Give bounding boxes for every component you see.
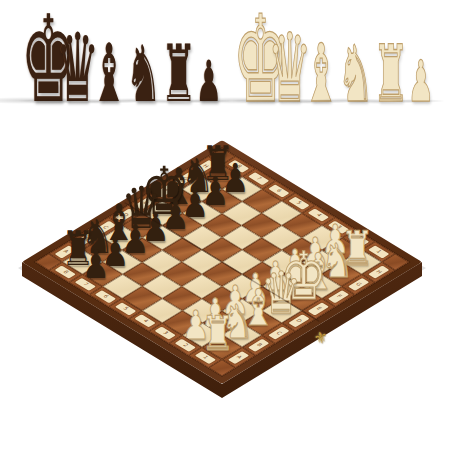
lineup-light-pawn: ♟ [407, 53, 425, 110]
file-label: H [368, 266, 389, 279]
rank-label: 2 [175, 339, 196, 352]
rank-label: 1 [195, 351, 216, 364]
file-label: A [228, 351, 249, 364]
piece-lineup-light: ♚♛♝♞♜♟ [224, 0, 434, 120]
white-rook: ♜ [201, 314, 225, 352]
file-label: C [268, 327, 289, 340]
rank-label: 5 [115, 302, 136, 315]
rank-label: 4 [135, 314, 156, 327]
chess-board: 87654321H♜♟♟♜HG♞♟♟♞GF♝♟♟♝FE♚♟♟♚ED♛♟♟♛DC♝… [22, 140, 422, 384]
rank-label: 7 [75, 278, 96, 291]
rank-label: 6 [95, 290, 116, 303]
rank-label: 8 [55, 266, 76, 279]
file-label: G [348, 278, 369, 291]
product-photo: 87654321H♜♟♟♜HG♞♟♟♞GF♝♟♟♝FE♚♟♟♚ED♛♟♟♛DC♝… [0, 0, 450, 450]
file-label: F [328, 290, 349, 303]
file-label: B [248, 339, 269, 352]
file-label: D [288, 314, 309, 327]
rank-label: 3 [155, 327, 176, 340]
